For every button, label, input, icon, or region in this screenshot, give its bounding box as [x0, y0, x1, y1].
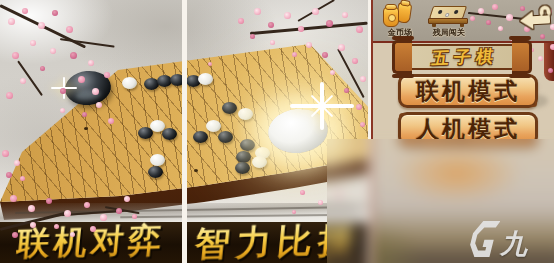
sakura-petal [322, 52, 328, 58]
sakura-petal [60, 88, 66, 94]
sakura-petal [14, 160, 20, 166]
sakura-petal [344, 88, 349, 93]
sakura-petal [90, 226, 96, 232]
sakura-petal [360, 76, 366, 82]
sakura-petal [338, 44, 345, 51]
sakura-petal [22, 8, 28, 14]
sakura-petal [104, 72, 110, 78]
sakura-petal [30, 40, 36, 46]
sakura-petal [82, 112, 87, 117]
sakura-petal [64, 210, 71, 217]
sakura-petal [88, 60, 94, 66]
sakura-petal [238, 18, 244, 24]
game-title: 五子棋 [425, 44, 499, 69]
sakura-petal [60, 108, 65, 113]
title-ornament-left [392, 40, 412, 74]
sakura-petal [6, 92, 13, 99]
sakura-petal [52, 10, 58, 16]
sakura-petal [54, 224, 59, 229]
sakura-petal [360, 122, 365, 127]
coin-arena-button[interactable] [383, 2, 417, 28]
online-mode-label: 联机模式 [416, 76, 520, 107]
sakura-petal [132, 214, 137, 219]
sakura-petal [20, 176, 25, 181]
scroll-corner [544, 43, 554, 81]
sakura-petal [2, 150, 9, 157]
coin-jar-icon [383, 7, 399, 27]
sakura-petal [312, 8, 319, 15]
sakura-petal [96, 102, 102, 108]
game-title-banner: 五子棋 [406, 44, 518, 70]
sakura-petal [254, 8, 261, 15]
panel-separator [182, 0, 187, 263]
sakura-petal [356, 26, 363, 33]
sakura-petal [100, 214, 107, 221]
sakura-petal [12, 52, 19, 59]
sakura-petal [40, 66, 45, 71]
sakura-petal [20, 78, 26, 84]
sakura-petal [78, 76, 85, 83]
online-mode-button[interactable]: 联机模式 [398, 74, 538, 108]
sakura-petal [330, 70, 335, 75]
sakura-petal [326, 20, 333, 27]
sakura-petal [50, 48, 56, 54]
sakura-petal [318, 200, 323, 205]
sakura-petal [116, 208, 122, 214]
sakura-petal [30, 222, 36, 228]
sakura-petal [268, 22, 274, 28]
sakura-petal [70, 232, 75, 237]
sakura-petal [70, 52, 77, 59]
sakura-petal [300, 190, 305, 195]
sakura-petal [124, 196, 130, 202]
back-button[interactable] [519, 5, 554, 37]
sakura-petal [250, 34, 255, 39]
sakura-petal [92, 88, 99, 95]
sakura-petal [46, 198, 52, 204]
branch [337, 49, 365, 99]
sakura-petal [84, 202, 90, 208]
sakura-petal [28, 205, 35, 212]
sakura-petal [298, 26, 304, 32]
sakura-petal [208, 62, 212, 66]
branch [60, 38, 115, 48]
puzzle-mode-label: 残局闯关 [421, 27, 477, 38]
sakura-petal [12, 232, 18, 238]
sakura-petal [38, 22, 45, 29]
puzzle-mode-button[interactable] [428, 5, 470, 27]
sakura-petal [292, 52, 297, 57]
sakura-petal [284, 12, 291, 19]
watermark-text: 九游 [500, 226, 554, 263]
title-ornament-right [512, 40, 532, 74]
sakura-petal [108, 118, 114, 124]
branch [62, 210, 124, 216]
sakura-petal [352, 58, 358, 64]
screenshot-root: 联机对弈 智力比拼 金币场 [0, 0, 554, 263]
sakura-petal [538, 56, 543, 61]
sakura-petal [292, 210, 296, 214]
sakura-petal [356, 104, 362, 110]
sakura-petal [66, 26, 73, 33]
sakura-petal [6, 172, 12, 178]
sakura-petal [306, 42, 312, 48]
sakura-petal [10, 195, 17, 202]
sakura-petal [8, 18, 15, 25]
sakura-petal [270, 40, 275, 45]
sakura-petal [342, 12, 348, 18]
